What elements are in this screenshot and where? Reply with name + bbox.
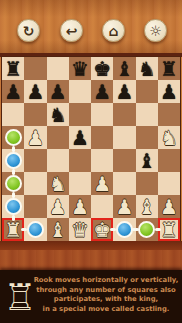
- lower-wood-strip: [0, 250, 182, 270]
- piece-p-a7: ♟: [2, 80, 24, 103]
- square-b5[interactable]: ♟: [24, 126, 46, 149]
- piece-q-d8: ♛: [69, 57, 91, 80]
- piece-p-b7: ♟: [24, 80, 46, 103]
- square-f1[interactable]: [113, 218, 135, 241]
- piece-n-g8: ♞: [136, 57, 158, 80]
- square-d1[interactable]: ♛: [69, 218, 91, 241]
- piece-b-g4: ♝: [136, 149, 158, 172]
- piece-n-c6: ♞: [47, 103, 69, 126]
- home-button[interactable]: ⌂: [102, 19, 125, 42]
- highlight-box-h1: [158, 218, 180, 241]
- square-h6[interactable]: [158, 103, 180, 126]
- piece-N-c3: ♞: [47, 172, 69, 195]
- square-f7[interactable]: ♟: [113, 80, 135, 103]
- square-g3[interactable]: [136, 172, 158, 195]
- square-d7[interactable]: [69, 80, 91, 103]
- piece-P-c2: ♟: [47, 195, 69, 218]
- piece-p-e7: ♟: [91, 80, 113, 103]
- square-b7[interactable]: ♟: [24, 80, 46, 103]
- square-d3[interactable]: [69, 172, 91, 195]
- square-c1[interactable]: ♝: [47, 218, 69, 241]
- piece-r-a8: ♜: [2, 57, 24, 80]
- square-e8[interactable]: ♚: [91, 57, 113, 80]
- square-c2[interactable]: ♟: [47, 195, 69, 218]
- tutorial-text: Rook moves horizontally or vertically, t…: [32, 276, 180, 314]
- tutorial-line-2: through any number of squares also: [32, 286, 180, 296]
- highlight-box-e1: [91, 218, 113, 241]
- square-e7[interactable]: ♟: [91, 80, 113, 103]
- tutorial-line-3: participates, with the king,: [32, 295, 180, 305]
- square-a1[interactable]: ♜: [2, 218, 24, 241]
- piece-P-h2: ♟: [158, 195, 180, 218]
- square-e3[interactable]: ♟: [91, 172, 113, 195]
- square-e1[interactable]: ♚: [91, 218, 113, 241]
- square-b2[interactable]: [24, 195, 46, 218]
- square-b4[interactable]: [24, 149, 46, 172]
- square-e5[interactable]: [91, 126, 113, 149]
- undo-button[interactable]: ↩: [60, 19, 83, 42]
- square-c4[interactable]: [47, 149, 69, 172]
- toolbar: ↻ ↩ ⌂ ☼: [0, 0, 182, 54]
- square-a5[interactable]: [2, 126, 24, 149]
- highlight-box-a1: [2, 218, 24, 241]
- square-h4[interactable]: [158, 149, 180, 172]
- piece-P-f2: ♟: [113, 195, 135, 218]
- piece-B-g2: ♝: [136, 195, 158, 218]
- board-squares: ♜♛♚♝♞♜♟♟♟♟♟♟♞♟♟♞♝♞♟♟♟♟♝♟♜♝♛♚♜: [2, 57, 180, 241]
- home-icon: ⌂: [108, 24, 118, 38]
- square-e2[interactable]: [91, 195, 113, 218]
- square-f6[interactable]: [113, 103, 135, 126]
- restart-button[interactable]: ↻: [17, 19, 40, 42]
- square-h5[interactable]: ♞: [158, 126, 180, 149]
- chess-tutorial-screen: ↻ ↩ ⌂ ☼ ♜♛♚♝♞♜♟♟♟♟♟♟♞♟♟♞♝♞♟♟♟♟♝♟♜♝♛♚♜ ♖ …: [0, 0, 182, 323]
- square-g5[interactable]: [136, 126, 158, 149]
- square-d6[interactable]: [69, 103, 91, 126]
- square-a7[interactable]: ♟: [2, 80, 24, 103]
- square-d8[interactable]: ♛: [69, 57, 91, 80]
- square-a6[interactable]: [2, 103, 24, 126]
- square-c6[interactable]: ♞: [47, 103, 69, 126]
- piece-k-e8: ♚: [91, 57, 113, 80]
- piece-N-h5: ♞: [158, 126, 180, 149]
- square-a3[interactable]: [2, 172, 24, 195]
- square-f4[interactable]: [113, 149, 135, 172]
- piece-R-a1: ♜: [2, 218, 24, 241]
- square-e6[interactable]: [91, 103, 113, 126]
- square-c7[interactable]: ♟: [47, 80, 69, 103]
- square-h3[interactable]: [158, 172, 180, 195]
- piece-p-f7: ♟: [113, 80, 135, 103]
- undo-icon: ↩: [66, 24, 78, 38]
- piece-p-h7: ♟: [158, 80, 180, 103]
- piece-R-h1: ♜: [158, 218, 180, 241]
- piece-r-h8: ♜: [158, 57, 180, 80]
- square-h2[interactable]: ♟: [158, 195, 180, 218]
- square-a4[interactable]: [2, 149, 24, 172]
- board-bottom-shadow: [0, 241, 182, 250]
- square-f2[interactable]: ♟: [113, 195, 135, 218]
- square-c5[interactable]: [47, 126, 69, 149]
- square-h7[interactable]: ♟: [158, 80, 180, 103]
- square-g1[interactable]: [136, 218, 158, 241]
- square-b6[interactable]: [24, 103, 46, 126]
- hint-icon: ☼: [149, 24, 162, 38]
- square-c3[interactable]: ♞: [47, 172, 69, 195]
- square-e4[interactable]: [91, 149, 113, 172]
- square-h8[interactable]: ♜: [158, 57, 180, 80]
- square-a8[interactable]: ♜: [2, 57, 24, 80]
- piece-Q-d1: ♛: [69, 218, 91, 241]
- piece-p-d5: ♟: [69, 126, 91, 149]
- tutorial-panel: ♖ Rook moves horizontally or vertically,…: [0, 270, 182, 323]
- white-rook-icon: ♖: [6, 274, 34, 320]
- chess-board: ♜♛♚♝♞♜♟♟♟♟♟♟♞♟♟♞♝♞♟♟♟♟♝♟♜♝♛♚♜: [1, 56, 181, 242]
- square-b3[interactable]: [24, 172, 46, 195]
- square-h1[interactable]: ♜: [158, 218, 180, 241]
- square-b8[interactable]: [24, 57, 46, 80]
- square-c8[interactable]: [47, 57, 69, 80]
- piece-P-b5: ♟: [24, 126, 46, 149]
- square-b1[interactable]: [24, 218, 46, 241]
- tutorial-line-4: in a special move called castling.: [32, 305, 180, 315]
- piece-b-f8: ♝: [113, 57, 135, 80]
- square-f5[interactable]: [113, 126, 135, 149]
- tutorial-line-1: Rook moves horizontally or vertically,: [32, 276, 180, 286]
- piece-P-d2: ♟: [69, 195, 91, 218]
- square-f8[interactable]: ♝: [113, 57, 135, 80]
- square-f3[interactable]: [113, 172, 135, 195]
- square-d2[interactable]: ♟: [69, 195, 91, 218]
- hint-button[interactable]: ☼: [144, 19, 167, 42]
- piece-P-e3: ♟: [91, 172, 113, 195]
- square-d4[interactable]: [69, 149, 91, 172]
- piece-p-c7: ♟: [47, 80, 69, 103]
- square-d5[interactable]: ♟: [69, 126, 91, 149]
- square-g7[interactable]: [136, 80, 158, 103]
- piece-B-c1: ♝: [47, 218, 69, 241]
- restart-icon: ↻: [23, 24, 35, 38]
- square-g2[interactable]: ♝: [136, 195, 158, 218]
- piece-K-e1: ♚: [91, 218, 113, 241]
- square-g8[interactable]: ♞: [136, 57, 158, 80]
- square-g6[interactable]: [136, 103, 158, 126]
- square-a2[interactable]: [2, 195, 24, 218]
- square-g4[interactable]: ♝: [136, 149, 158, 172]
